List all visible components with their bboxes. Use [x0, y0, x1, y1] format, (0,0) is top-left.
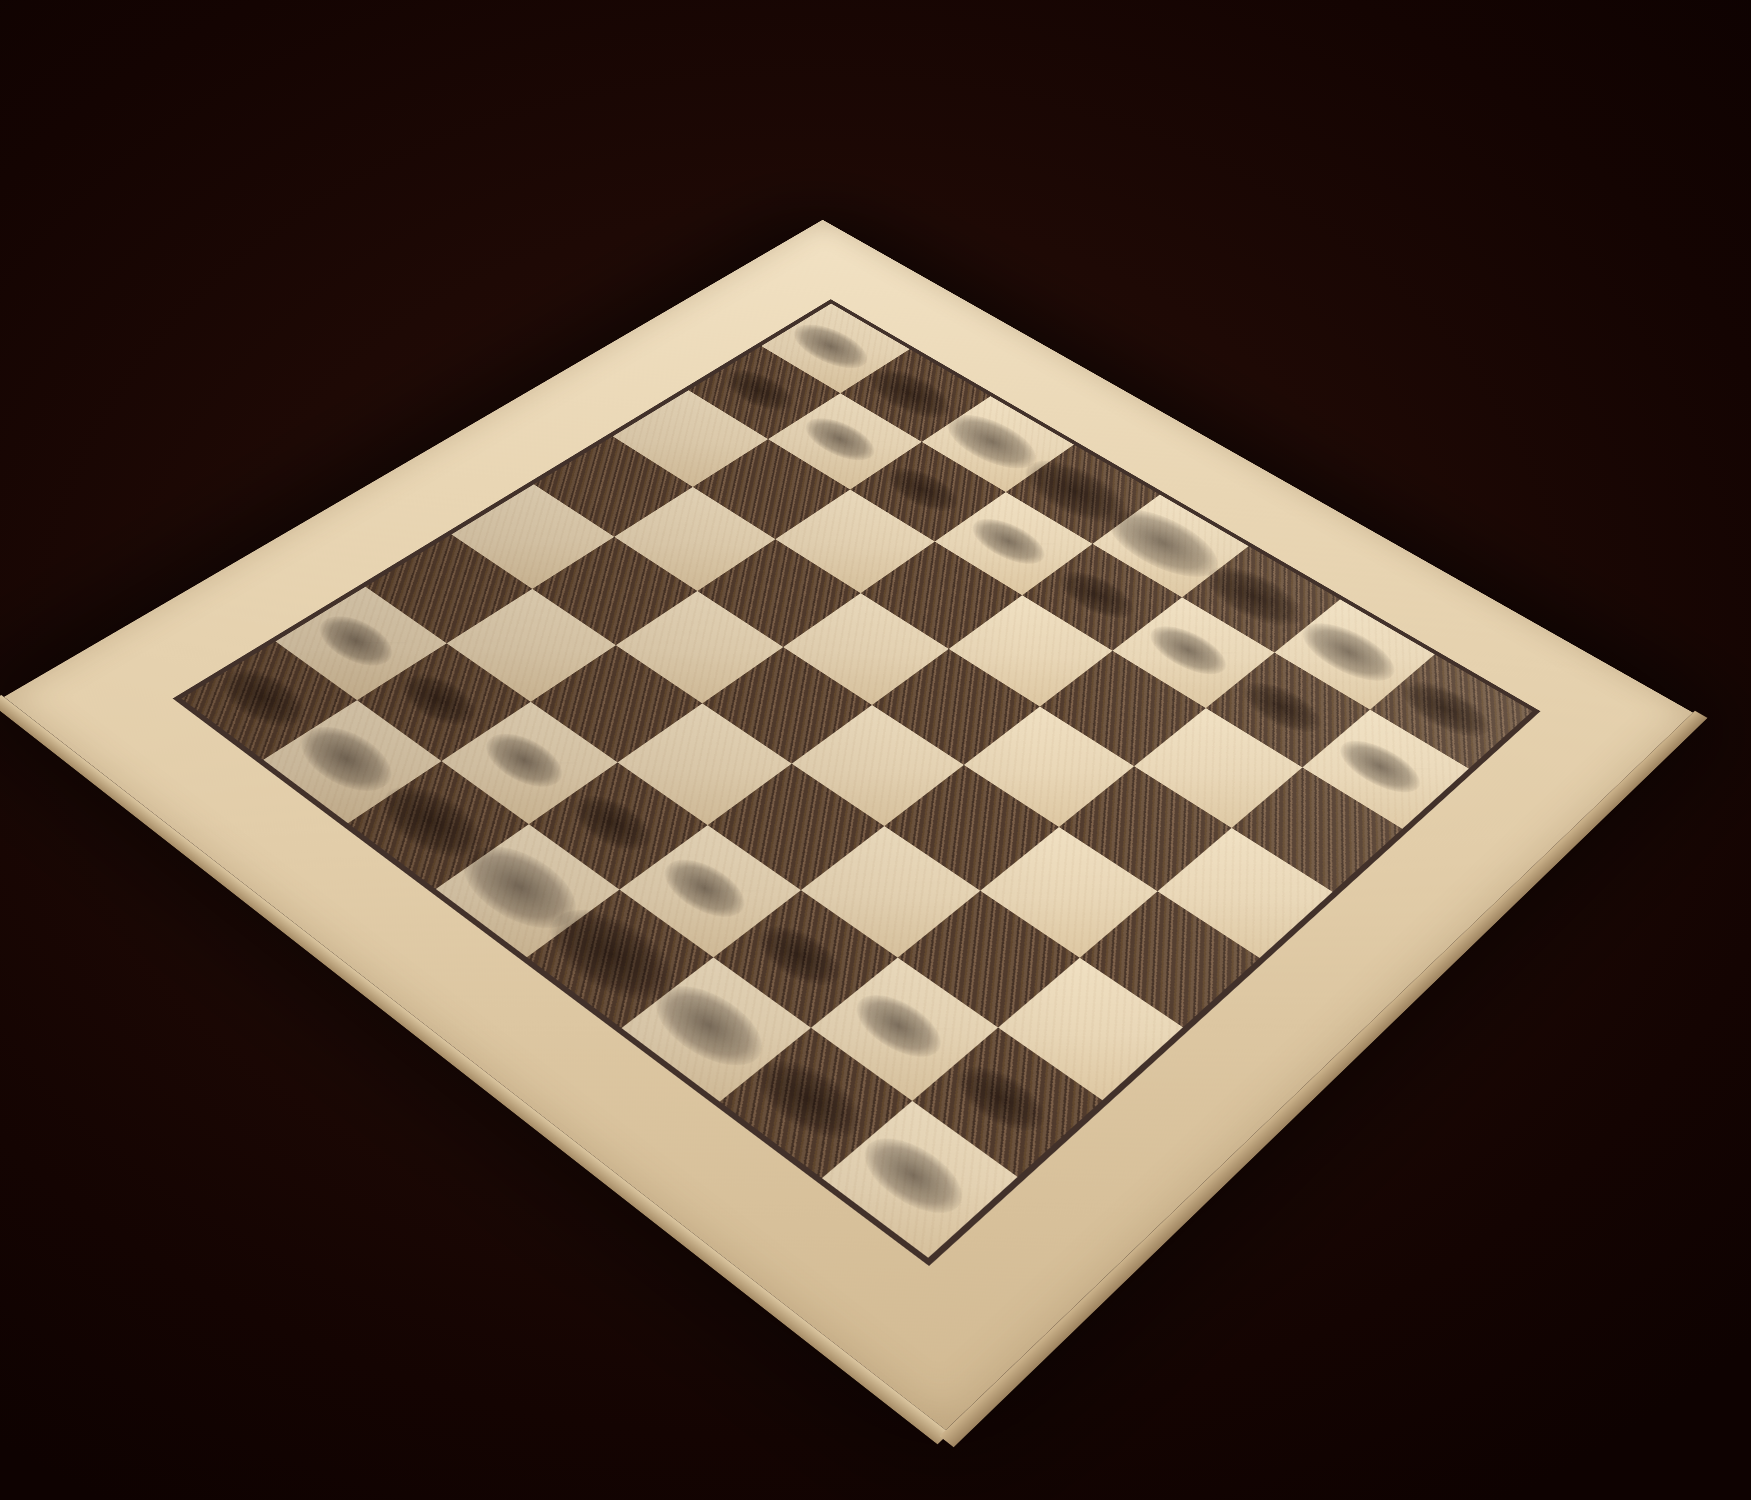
photo-scene: ♜♞♝♛♚♝♞♜♟♟♟♟♟♟♟♟♟♟♟♟♟♟♟♟♜♞♝♛♚♝♞♜ [0, 0, 1751, 1500]
black-pawn-h7[interactable]: ♟ [1318, 613, 1454, 786]
white-rook-h1[interactable]: ♜ [833, 979, 1007, 1200]
chess-board: ♜♞♝♛♚♝♞♜♟♟♟♟♟♟♟♟♟♟♟♟♟♟♟♟♜♞♝♛♚♝♞♜ [4, 220, 1693, 1430]
